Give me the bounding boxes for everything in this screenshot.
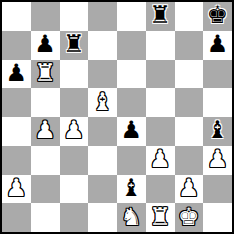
square-a6[interactable]: ♟ xyxy=(2,60,31,89)
square-a7[interactable] xyxy=(2,31,31,60)
square-f7[interactable] xyxy=(146,31,175,60)
white-rook: ♜ xyxy=(149,205,171,229)
square-g6[interactable] xyxy=(175,60,204,89)
black-rook: ♜ xyxy=(63,32,85,56)
square-b5[interactable] xyxy=(31,88,60,117)
square-a1[interactable] xyxy=(2,203,31,232)
square-c3[interactable] xyxy=(60,146,89,175)
white-pawn: ♟ xyxy=(207,147,229,171)
square-h4[interactable]: ♝ xyxy=(203,117,232,146)
square-a5[interactable] xyxy=(2,88,31,117)
square-e1[interactable]: ♞ xyxy=(117,203,146,232)
square-g1[interactable]: ♚ xyxy=(175,203,204,232)
square-c8[interactable] xyxy=(60,2,89,31)
square-f8[interactable]: ♜ xyxy=(146,2,175,31)
square-a8[interactable] xyxy=(2,2,31,31)
square-d7[interactable] xyxy=(88,31,117,60)
square-c5[interactable] xyxy=(60,88,89,117)
square-d1[interactable] xyxy=(88,203,117,232)
square-b2[interactable] xyxy=(31,175,60,204)
square-h3[interactable]: ♟ xyxy=(203,146,232,175)
square-c2[interactable] xyxy=(60,175,89,204)
white-knight: ♞ xyxy=(121,205,143,229)
chess-board: ♜♚♟♜♟♟♜♝♟♟♟♝♟♟♟♝♟♞♜♚ xyxy=(2,2,232,232)
square-d4[interactable] xyxy=(88,117,117,146)
square-b3[interactable] xyxy=(31,146,60,175)
square-f5[interactable] xyxy=(146,88,175,117)
square-f4[interactable] xyxy=(146,117,175,146)
square-d2[interactable] xyxy=(88,175,117,204)
square-f1[interactable]: ♜ xyxy=(146,203,175,232)
square-g8[interactable] xyxy=(175,2,204,31)
square-h2[interactable] xyxy=(203,175,232,204)
square-d3[interactable] xyxy=(88,146,117,175)
square-e5[interactable] xyxy=(117,88,146,117)
square-h1[interactable] xyxy=(203,203,232,232)
square-g2[interactable]: ♟ xyxy=(175,175,204,204)
chess-board-frame: ♜♚♟♜♟♟♜♝♟♟♟♝♟♟♟♝♟♞♜♚ xyxy=(0,0,234,234)
square-h6[interactable] xyxy=(203,60,232,89)
black-pawn: ♟ xyxy=(6,61,28,85)
black-rook: ♜ xyxy=(149,3,171,27)
square-a4[interactable] xyxy=(2,117,31,146)
square-b8[interactable] xyxy=(31,2,60,31)
square-b4[interactable]: ♟ xyxy=(31,117,60,146)
black-pawn: ♟ xyxy=(121,118,143,142)
square-f3[interactable]: ♟ xyxy=(146,146,175,175)
square-b6[interactable]: ♜ xyxy=(31,60,60,89)
square-b1[interactable] xyxy=(31,203,60,232)
white-pawn: ♟ xyxy=(63,118,85,142)
white-pawn: ♟ xyxy=(149,147,171,171)
square-h5[interactable] xyxy=(203,88,232,117)
square-e4[interactable]: ♟ xyxy=(117,117,146,146)
black-bishop: ♝ xyxy=(121,176,143,200)
square-c4[interactable]: ♟ xyxy=(60,117,89,146)
white-pawn: ♟ xyxy=(6,176,28,200)
square-c7[interactable]: ♜ xyxy=(60,31,89,60)
white-pawn: ♟ xyxy=(178,176,200,200)
square-d5[interactable]: ♝ xyxy=(88,88,117,117)
square-b7[interactable]: ♟ xyxy=(31,31,60,60)
square-h7[interactable]: ♟ xyxy=(203,31,232,60)
square-g4[interactable] xyxy=(175,117,204,146)
square-h8[interactable]: ♚ xyxy=(203,2,232,31)
square-f2[interactable] xyxy=(146,175,175,204)
black-pawn: ♟ xyxy=(34,32,56,56)
square-d6[interactable] xyxy=(88,60,117,89)
square-a2[interactable]: ♟ xyxy=(2,175,31,204)
white-bishop: ♝ xyxy=(92,90,114,114)
square-c6[interactable] xyxy=(60,60,89,89)
black-king: ♚ xyxy=(207,3,229,27)
square-e8[interactable] xyxy=(117,2,146,31)
square-g7[interactable] xyxy=(175,31,204,60)
black-pawn: ♟ xyxy=(207,32,229,56)
square-a3[interactable] xyxy=(2,146,31,175)
white-rook: ♜ xyxy=(34,61,56,85)
square-e2[interactable]: ♝ xyxy=(117,175,146,204)
square-f6[interactable] xyxy=(146,60,175,89)
white-king: ♚ xyxy=(178,205,200,229)
white-pawn: ♟ xyxy=(34,118,56,142)
square-e6[interactable] xyxy=(117,60,146,89)
square-c1[interactable] xyxy=(60,203,89,232)
square-e3[interactable] xyxy=(117,146,146,175)
square-d8[interactable] xyxy=(88,2,117,31)
black-bishop: ♝ xyxy=(207,118,229,142)
square-g3[interactable] xyxy=(175,146,204,175)
square-e7[interactable] xyxy=(117,31,146,60)
square-g5[interactable] xyxy=(175,88,204,117)
